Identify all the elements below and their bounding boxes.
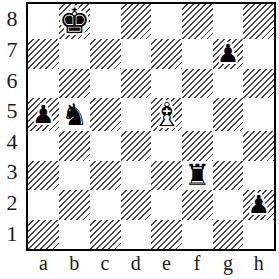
square-e5[interactable]: ♝♗ <box>151 98 182 131</box>
square-g2[interactable] <box>213 190 244 220</box>
square-c7[interactable] <box>90 39 121 69</box>
square-g6[interactable] <box>213 69 244 99</box>
file-label-f: f <box>182 251 213 275</box>
square-f4[interactable] <box>182 131 213 161</box>
rank-label-5: 5 <box>2 96 22 127</box>
square-g8[interactable] <box>213 4 244 39</box>
square-f3[interactable]: ♜ <box>182 161 213 191</box>
square-f2[interactable] <box>182 190 213 220</box>
square-b8[interactable]: ♚ <box>59 4 90 39</box>
square-f7[interactable] <box>182 39 213 69</box>
square-h3[interactable] <box>243 161 274 191</box>
square-b7[interactable] <box>59 39 90 69</box>
file-label-c: c <box>90 251 121 275</box>
square-h8[interactable] <box>243 4 274 39</box>
square-g5[interactable] <box>213 98 244 131</box>
square-a4[interactable] <box>28 131 59 161</box>
square-a5[interactable]: ♟ <box>28 98 59 131</box>
square-e7[interactable] <box>151 39 182 69</box>
square-c1[interactable] <box>90 220 121 250</box>
white-bishop-piece[interactable]: ♝♗ <box>152 98 182 131</box>
rank-label-6: 6 <box>2 65 22 96</box>
file-label-g: g <box>213 251 244 275</box>
square-b5[interactable]: ♞ <box>59 98 90 131</box>
file-label-a: a <box>28 251 59 275</box>
square-e8[interactable] <box>151 4 182 39</box>
square-d4[interactable] <box>121 131 152 161</box>
black-pawn-piece[interactable]: ♟ <box>32 102 54 127</box>
square-e3[interactable] <box>151 161 182 191</box>
square-e6[interactable] <box>151 69 182 99</box>
square-d1[interactable] <box>121 220 152 250</box>
square-d8[interactable] <box>121 4 152 39</box>
square-d7[interactable] <box>121 39 152 69</box>
black-king-piece[interactable]: ♚ <box>59 4 90 39</box>
file-label-e: e <box>151 251 182 275</box>
square-d3[interactable] <box>121 161 152 191</box>
file-label-d: d <box>120 251 151 275</box>
square-c3[interactable] <box>90 161 121 191</box>
square-e4[interactable] <box>151 131 182 161</box>
square-a3[interactable] <box>28 161 59 191</box>
square-c8[interactable] <box>90 4 121 39</box>
square-a8[interactable] <box>28 4 59 39</box>
square-h6[interactable] <box>243 69 274 99</box>
square-h1[interactable] <box>243 220 274 250</box>
square-a7[interactable] <box>28 39 59 69</box>
rank-label-7: 7 <box>2 35 22 66</box>
square-b1[interactable] <box>59 220 90 250</box>
file-label-h: h <box>243 251 274 275</box>
bishop-outline-glyph: ♗ <box>152 95 182 134</box>
black-pawn-piece[interactable]: ♟ <box>247 192 269 217</box>
square-f1[interactable] <box>182 220 213 250</box>
square-d6[interactable] <box>121 69 152 99</box>
square-h2[interactable]: ♟ <box>243 190 274 220</box>
rank-label-8: 8 <box>2 4 22 35</box>
square-f8[interactable] <box>182 4 213 39</box>
black-rook-piece[interactable]: ♜ <box>184 161 210 190</box>
square-c4[interactable] <box>90 131 121 161</box>
square-h4[interactable] <box>243 131 274 161</box>
square-c6[interactable] <box>90 69 121 99</box>
black-knight-piece[interactable]: ♞ <box>61 100 88 130</box>
square-b4[interactable] <box>59 131 90 161</box>
rank-label-1: 1 <box>2 218 22 249</box>
square-b3[interactable] <box>59 161 90 191</box>
chess-board: ♚♟♟♞♝♗♜♟ <box>26 2 276 251</box>
square-g4[interactable] <box>213 131 244 161</box>
square-e1[interactable] <box>151 220 182 250</box>
square-e2[interactable] <box>151 190 182 220</box>
square-d2[interactable] <box>121 190 152 220</box>
square-a1[interactable] <box>28 220 59 250</box>
square-d5[interactable] <box>121 98 152 131</box>
rank-label-4: 4 <box>2 127 22 158</box>
square-c2[interactable] <box>90 190 121 220</box>
black-pawn-piece[interactable]: ♟ <box>217 41 239 66</box>
rank-label-3: 3 <box>2 157 22 188</box>
square-h7[interactable] <box>243 39 274 69</box>
square-a2[interactable] <box>28 190 59 220</box>
square-c5[interactable] <box>90 98 121 131</box>
square-a6[interactable] <box>28 69 59 99</box>
file-label-b: b <box>59 251 90 275</box>
square-h5[interactable] <box>243 98 274 131</box>
square-b2[interactable] <box>59 190 90 220</box>
square-g1[interactable] <box>213 220 244 250</box>
square-f5[interactable] <box>182 98 213 131</box>
square-g7[interactable]: ♟ <box>213 39 244 69</box>
chess-diagram: ♚♟♟♞♝♗♜♟ 87654321 abcdefgh <box>0 0 279 279</box>
square-b6[interactable] <box>59 69 90 99</box>
rank-label-2: 2 <box>2 188 22 219</box>
square-g3[interactable] <box>213 161 244 191</box>
square-f6[interactable] <box>182 69 213 99</box>
